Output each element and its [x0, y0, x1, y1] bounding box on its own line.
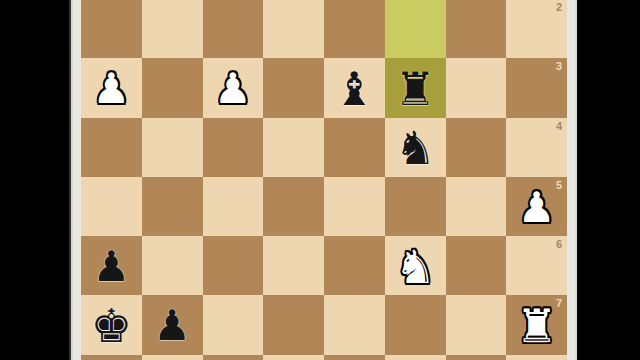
rank-label-6: 6	[556, 239, 562, 250]
square-a2[interactable]: 2	[506, 0, 567, 58]
black-bishop-piece[interactable]: ♝	[334, 66, 375, 112]
square-a7[interactable]: ♜7	[506, 295, 567, 354]
rank-label-2: 2	[556, 2, 562, 13]
square-d6[interactable]	[324, 236, 385, 295]
chess-board: 2♟♟♝♜3♞4♟5♟♞6♚♟♜7	[81, 0, 567, 360]
white-pawn-piece[interactable]: ♟	[518, 187, 556, 229]
square-d4[interactable]	[324, 118, 385, 177]
square-b5[interactable]	[446, 177, 507, 236]
white-pawn-piece[interactable]: ♟	[93, 68, 131, 110]
square-d8[interactable]	[324, 355, 385, 360]
square-b4[interactable]	[446, 118, 507, 177]
square-c2[interactable]	[385, 0, 446, 58]
square-e4[interactable]	[263, 118, 324, 177]
rank-label-3: 3	[556, 61, 562, 72]
square-d7[interactable]	[324, 295, 385, 354]
white-rook-piece[interactable]: ♜	[516, 303, 557, 349]
square-c5[interactable]	[385, 177, 446, 236]
black-pawn-piece[interactable]: ♟	[153, 305, 191, 347]
square-h6[interactable]: ♟	[81, 236, 142, 295]
square-f6[interactable]	[203, 236, 264, 295]
square-h3[interactable]: ♟	[81, 58, 142, 117]
video-frame: 2♟♟♝♜3♞4♟5♟♞6♚♟♜7	[0, 0, 640, 360]
square-f4[interactable]	[203, 118, 264, 177]
square-g5[interactable]	[142, 177, 203, 236]
black-knight-piece[interactable]: ♞	[395, 125, 436, 171]
square-e3[interactable]	[263, 58, 324, 117]
square-e7[interactable]	[263, 295, 324, 354]
square-h5[interactable]	[81, 177, 142, 236]
square-f5[interactable]	[203, 177, 264, 236]
square-e6[interactable]	[263, 236, 324, 295]
square-b6[interactable]	[446, 236, 507, 295]
square-f7[interactable]	[203, 295, 264, 354]
letterbox-right	[577, 0, 640, 360]
square-h8[interactable]	[81, 355, 142, 360]
square-a4[interactable]: 4	[506, 118, 567, 177]
square-d3[interactable]: ♝	[324, 58, 385, 117]
square-a5[interactable]: ♟5	[506, 177, 567, 236]
white-knight-piece[interactable]: ♞	[395, 244, 436, 290]
black-pawn-piece[interactable]: ♟	[93, 246, 131, 288]
square-g7[interactable]: ♟	[142, 295, 203, 354]
rank-label-7: 7	[556, 298, 562, 309]
square-h2[interactable]	[81, 0, 142, 58]
white-pawn-piece[interactable]: ♟	[214, 68, 252, 110]
square-c6[interactable]: ♞	[385, 236, 446, 295]
square-g4[interactable]	[142, 118, 203, 177]
board-margin-right	[567, 0, 577, 360]
square-d5[interactable]	[324, 177, 385, 236]
black-king-piece[interactable]: ♚	[91, 303, 132, 349]
square-f2[interactable]	[203, 0, 264, 58]
square-g3[interactable]	[142, 58, 203, 117]
rank-label-4: 4	[556, 121, 562, 132]
square-c7[interactable]	[385, 295, 446, 354]
square-b3[interactable]	[446, 58, 507, 117]
square-e2[interactable]	[263, 0, 324, 58]
square-b7[interactable]	[446, 295, 507, 354]
square-g8[interactable]	[142, 355, 203, 360]
square-g2[interactable]	[142, 0, 203, 58]
square-a6[interactable]: 6	[506, 236, 567, 295]
square-a3[interactable]: 3	[506, 58, 567, 117]
square-c4[interactable]: ♞	[385, 118, 446, 177]
square-b2[interactable]	[446, 0, 507, 58]
square-e8[interactable]	[263, 355, 324, 360]
rank-label-5: 5	[556, 180, 562, 191]
letterbox-left	[0, 0, 69, 360]
square-e5[interactable]	[263, 177, 324, 236]
square-f3[interactable]: ♟	[203, 58, 264, 117]
square-g6[interactable]	[142, 236, 203, 295]
square-b8[interactable]	[446, 355, 507, 360]
square-h4[interactable]	[81, 118, 142, 177]
black-rook-piece[interactable]: ♜	[395, 66, 436, 112]
square-h7[interactable]: ♚	[81, 295, 142, 354]
square-f8[interactable]	[203, 355, 264, 360]
square-c8[interactable]	[385, 355, 446, 360]
square-a8[interactable]	[506, 355, 567, 360]
square-d2[interactable]	[324, 0, 385, 58]
square-c3[interactable]: ♜	[385, 58, 446, 117]
